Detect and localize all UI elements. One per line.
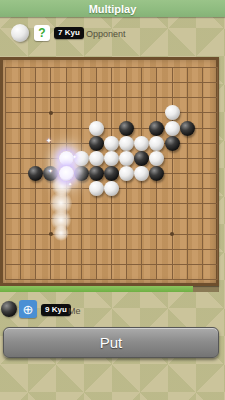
star-point	[170, 232, 174, 236]
white-stone	[165, 105, 180, 120]
black-stone	[89, 136, 104, 151]
white-stone	[89, 151, 104, 166]
black-stone	[149, 121, 164, 136]
put-button-label: Put	[100, 334, 123, 351]
black-stone	[165, 136, 180, 151]
sparkle-star-icon: ✦	[46, 137, 52, 145]
white-stone	[134, 136, 149, 151]
white-stone	[89, 121, 104, 136]
me-rank-badge: 9 Kyu	[41, 304, 71, 316]
star-point	[49, 111, 53, 115]
me-bar: ⊕ 9 Kyu Me	[0, 295, 225, 323]
board-grid	[5, 67, 218, 280]
black-stone	[134, 151, 149, 166]
turn-timer-fill	[0, 286, 193, 292]
sparkle-trail-blob	[53, 225, 69, 241]
multiplay-game-screen: Multiplay ? 7 Kyu Opponent ✦ ✦ ✦ ✦ ⊕ 9 K…	[0, 0, 225, 400]
white-stone	[104, 151, 119, 166]
white-stone	[89, 181, 104, 196]
unknown-flag-icon: ?	[34, 25, 50, 41]
black-stone	[104, 166, 119, 181]
white-stone	[134, 166, 149, 181]
white-stone	[104, 136, 119, 151]
white-stone	[119, 166, 134, 181]
put-button[interactable]: Put	[3, 327, 219, 358]
sparkle-star-icon: ✦	[48, 167, 53, 174]
black-stone	[89, 166, 104, 181]
un-flag-icon: ⊕	[19, 300, 37, 318]
sparkle-star-icon: ✦	[68, 181, 72, 187]
white-stone	[165, 121, 180, 136]
black-stone	[149, 166, 164, 181]
white-stone	[119, 136, 134, 151]
white-stone	[104, 181, 119, 196]
white-stone	[119, 151, 134, 166]
opponent-white-stone-icon	[11, 24, 29, 42]
sparkle-star-icon: ✦	[72, 153, 77, 160]
black-stone	[74, 166, 89, 181]
me-name: Me	[68, 307, 81, 316]
black-stone	[180, 121, 195, 136]
opponent-bar: ? 7 Kyu Opponent	[0, 17, 225, 45]
title-bar: Multiplay	[0, 0, 225, 17]
opponent-name: Opponent	[86, 30, 126, 39]
gomoku-board[interactable]: ✦ ✦ ✦ ✦	[0, 57, 219, 286]
me-black-stone-icon	[1, 301, 17, 317]
opponent-rank-badge: 7 Kyu	[54, 27, 84, 39]
page-title: Multiplay	[89, 3, 137, 15]
white-stone	[149, 151, 164, 166]
black-stone	[119, 121, 134, 136]
turn-timer-bar	[0, 286, 219, 292]
black-stone	[28, 166, 43, 181]
glowing-white-stone	[59, 166, 74, 181]
white-stone	[149, 136, 164, 151]
